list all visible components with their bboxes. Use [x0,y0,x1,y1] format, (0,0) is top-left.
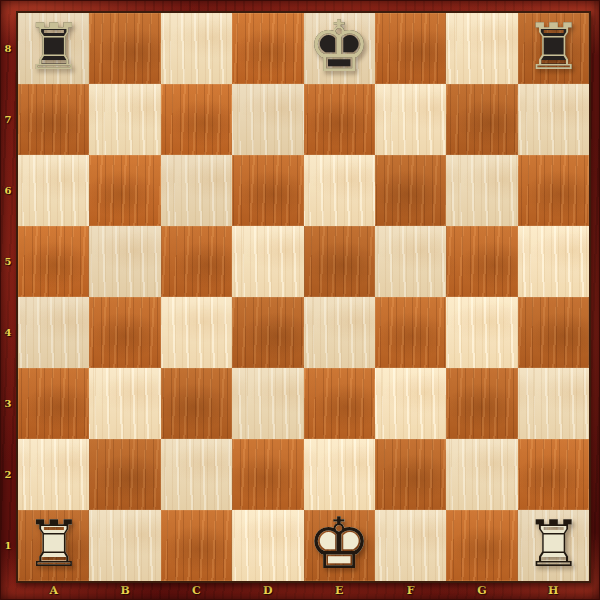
square-h3[interactable] [518,368,589,439]
square-f7[interactable] [375,84,446,155]
file-label-h: H [518,581,589,600]
rank-label-2: 2 [0,439,16,510]
black-rook-outline-icon: ♖ [525,15,582,79]
square-f4[interactable] [375,297,446,368]
rank-label-8: 8 [0,13,16,84]
square-g7[interactable] [446,84,517,155]
rank-label-4: 4 [0,297,16,368]
square-b1[interactable] [89,510,160,581]
rank-label-3: 3 [0,368,16,439]
square-d5[interactable] [232,226,303,297]
square-b7[interactable] [89,84,160,155]
square-e6[interactable] [304,155,375,226]
square-d3[interactable] [232,368,303,439]
square-e1[interactable]: ♚♔ [304,510,375,581]
square-c7[interactable] [161,84,232,155]
square-f5[interactable] [375,226,446,297]
square-g8[interactable] [446,13,517,84]
white-king-outline-icon: ♔ [307,510,371,579]
piece-black-king[interactable]: ♚♔ [304,13,375,84]
square-d8[interactable] [232,13,303,84]
square-b4[interactable] [89,297,160,368]
square-f8[interactable] [375,13,446,84]
rank-label-6: 6 [0,155,16,226]
square-c5[interactable] [161,226,232,297]
square-b2[interactable] [89,439,160,510]
piece-black-rook[interactable]: ♜♖ [518,13,589,84]
square-h8[interactable]: ♜♖ [518,13,589,84]
square-f1[interactable] [375,510,446,581]
square-c8[interactable] [161,13,232,84]
white-rook-outline-icon: ♖ [525,512,582,576]
rank-label-1: 1 [0,510,16,581]
square-d6[interactable] [232,155,303,226]
chess-board: ♜♖♚♔♜♖♜♖♚♔♜♖ [18,13,589,581]
white-rook-outline-icon: ♖ [25,512,82,576]
square-h4[interactable] [518,297,589,368]
square-a7[interactable] [18,84,89,155]
square-d4[interactable] [232,297,303,368]
square-f6[interactable] [375,155,446,226]
rank-label-5: 5 [0,226,16,297]
piece-white-king[interactable]: ♚♔ [304,510,375,581]
square-b5[interactable] [89,226,160,297]
file-label-d: D [232,581,303,600]
square-a5[interactable] [18,226,89,297]
piece-white-rook[interactable]: ♜♖ [518,510,589,581]
square-b6[interactable] [89,155,160,226]
square-h2[interactable] [518,439,589,510]
square-g3[interactable] [446,368,517,439]
square-e2[interactable] [304,439,375,510]
square-g5[interactable] [446,226,517,297]
file-label-e: E [304,581,375,600]
square-a2[interactable] [18,439,89,510]
file-label-b: B [89,581,160,600]
piece-white-rook[interactable]: ♜♖ [18,510,89,581]
square-h7[interactable] [518,84,589,155]
square-e8[interactable]: ♚♔ [304,13,375,84]
square-f3[interactable] [375,368,446,439]
square-a1[interactable]: ♜♖ [18,510,89,581]
square-d2[interactable] [232,439,303,510]
rank-labels: 87654321 [0,13,16,581]
square-h5[interactable] [518,226,589,297]
square-f2[interactable] [375,439,446,510]
file-label-f: F [375,581,446,600]
file-label-a: A [18,581,89,600]
square-c3[interactable] [161,368,232,439]
square-a6[interactable] [18,155,89,226]
square-g2[interactable] [446,439,517,510]
square-h1[interactable]: ♜♖ [518,510,589,581]
file-label-c: C [161,581,232,600]
file-labels: ABCDEFGH [18,581,589,600]
black-rook-outline-icon: ♖ [25,15,82,79]
board-edge: ♜♖♚♔♜♖♜♖♚♔♜♖ [16,11,591,583]
square-a3[interactable] [18,368,89,439]
square-a4[interactable] [18,297,89,368]
file-label-g: G [446,581,517,600]
square-d7[interactable] [232,84,303,155]
square-g1[interactable] [446,510,517,581]
square-e4[interactable] [304,297,375,368]
square-d1[interactable] [232,510,303,581]
square-e3[interactable] [304,368,375,439]
black-king-outline-icon: ♔ [307,13,371,82]
square-e5[interactable] [304,226,375,297]
chess-board-frame: 87654321 ABCDEFGH ♜♖♚♔♜♖♜♖♚♔♜♖ [0,0,600,600]
square-c1[interactable] [161,510,232,581]
square-c6[interactable] [161,155,232,226]
rank-label-7: 7 [0,84,16,155]
square-c2[interactable] [161,439,232,510]
square-b3[interactable] [89,368,160,439]
square-h6[interactable] [518,155,589,226]
square-g4[interactable] [446,297,517,368]
square-a8[interactable]: ♜♖ [18,13,89,84]
piece-black-rook[interactable]: ♜♖ [18,13,89,84]
square-b8[interactable] [89,13,160,84]
square-c4[interactable] [161,297,232,368]
square-e7[interactable] [304,84,375,155]
square-g6[interactable] [446,155,517,226]
